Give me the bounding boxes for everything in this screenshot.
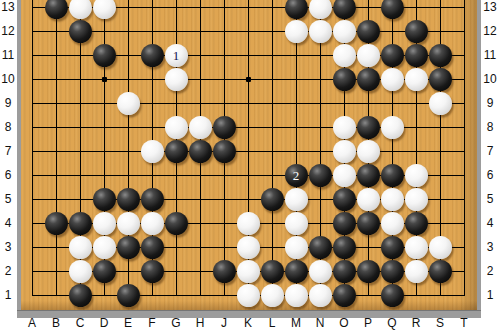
intersection-H8[interactable] xyxy=(188,115,212,139)
intersection-J2[interactable] xyxy=(212,259,236,283)
row-label-right-6: 6 xyxy=(482,168,498,182)
row-label-left-6: 6 xyxy=(0,168,16,182)
row-label-left-13: 13 xyxy=(0,0,16,14)
intersection-H12[interactable] xyxy=(188,19,212,43)
intersection-M10[interactable] xyxy=(284,67,308,91)
white-stone-O6 xyxy=(333,164,356,187)
row-label-left-5: 5 xyxy=(0,192,16,206)
intersection-R9[interactable] xyxy=(404,91,428,115)
intersection-K12[interactable] xyxy=(236,19,260,43)
white-stone-P5 xyxy=(357,188,380,211)
intersection-P2[interactable] xyxy=(356,259,380,283)
intersection-D3[interactable] xyxy=(92,235,116,259)
intersection-D5[interactable] xyxy=(92,187,116,211)
intersection-C4[interactable] xyxy=(68,211,92,235)
intersection-Q12[interactable] xyxy=(380,19,404,43)
intersection-S7[interactable] xyxy=(428,139,452,163)
intersection-F1[interactable] xyxy=(140,283,164,307)
intersection-L4[interactable] xyxy=(260,211,284,235)
row-label-right-12: 12 xyxy=(482,24,498,38)
intersection-S3[interactable] xyxy=(428,235,452,259)
intersection-M13[interactable] xyxy=(284,0,308,19)
intersection-K9[interactable] xyxy=(236,91,260,115)
intersection-K1[interactable] xyxy=(236,283,260,307)
intersection-G12[interactable] xyxy=(164,19,188,43)
intersection-P11[interactable] xyxy=(356,43,380,67)
intersection-T3[interactable] xyxy=(452,235,476,259)
intersection-M9[interactable] xyxy=(284,91,308,115)
intersection-A6[interactable] xyxy=(20,163,44,187)
intersection-N7[interactable] xyxy=(308,139,332,163)
intersection-E6[interactable] xyxy=(116,163,140,187)
intersection-A8[interactable] xyxy=(20,115,44,139)
white-stone-M4 xyxy=(285,212,308,235)
white-stone-M1 xyxy=(285,284,308,307)
intersection-A9[interactable] xyxy=(20,91,44,115)
intersection-A3[interactable] xyxy=(20,235,44,259)
intersection-O6[interactable] xyxy=(332,163,356,187)
black-stone-C12 xyxy=(69,20,92,43)
intersection-F6[interactable] xyxy=(140,163,164,187)
white-stone-F7 xyxy=(141,140,164,163)
intersection-D11[interactable] xyxy=(92,43,116,67)
intersection-L9[interactable] xyxy=(260,91,284,115)
intersection-R12[interactable] xyxy=(404,19,428,43)
intersection-A4[interactable] xyxy=(20,211,44,235)
intersection-T10[interactable] xyxy=(452,67,476,91)
intersection-C1[interactable] xyxy=(68,283,92,307)
intersection-H3[interactable] xyxy=(188,235,212,259)
intersection-P9[interactable] xyxy=(356,91,380,115)
intersection-Q2[interactable] xyxy=(380,259,404,283)
go-board[interactable]: 12 xyxy=(20,0,477,310)
intersection-D10[interactable] xyxy=(92,67,116,91)
intersection-E2[interactable] xyxy=(116,259,140,283)
intersection-Q9[interactable] xyxy=(380,91,404,115)
intersection-T7[interactable] xyxy=(452,139,476,163)
intersection-O4[interactable] xyxy=(332,211,356,235)
intersection-G4[interactable] xyxy=(164,211,188,235)
intersection-D9[interactable] xyxy=(92,91,116,115)
intersection-F12[interactable] xyxy=(140,19,164,43)
intersection-P10[interactable] xyxy=(356,67,380,91)
intersection-E1[interactable] xyxy=(116,283,140,307)
intersection-F9[interactable] xyxy=(140,91,164,115)
intersection-O5[interactable] xyxy=(332,187,356,211)
white-stone-K4 xyxy=(237,212,260,235)
intersection-S10[interactable] xyxy=(428,67,452,91)
intersection-G3[interactable] xyxy=(164,235,188,259)
white-stone-Q4 xyxy=(381,212,404,235)
intersection-H10[interactable] xyxy=(188,67,212,91)
intersection-C12[interactable] xyxy=(68,19,92,43)
intersection-G1[interactable] xyxy=(164,283,188,307)
black-stone-P10 xyxy=(357,68,380,91)
intersection-J13[interactable] xyxy=(212,0,236,19)
intersection-F11[interactable] xyxy=(140,43,164,67)
intersection-H6[interactable] xyxy=(188,163,212,187)
intersection-S11[interactable] xyxy=(428,43,452,67)
intersection-G2[interactable] xyxy=(164,259,188,283)
intersection-B10[interactable] xyxy=(44,67,68,91)
intersection-A12[interactable] xyxy=(20,19,44,43)
intersection-S12[interactable] xyxy=(428,19,452,43)
black-stone-O2 xyxy=(333,260,356,283)
intersection-G7[interactable] xyxy=(164,139,188,163)
intersection-O8[interactable] xyxy=(332,115,356,139)
intersection-H7[interactable] xyxy=(188,139,212,163)
intersection-D1[interactable] xyxy=(92,283,116,307)
row-label-right-13: 13 xyxy=(482,0,498,14)
intersection-T4[interactable] xyxy=(452,211,476,235)
intersection-M11[interactable] xyxy=(284,43,308,67)
intersection-R7[interactable] xyxy=(404,139,428,163)
intersection-C13[interactable] xyxy=(68,0,92,19)
go-board-screenshot: 12 13121110987654321 13121110987654321 A… xyxy=(0,0,500,332)
intersection-P5[interactable] xyxy=(356,187,380,211)
intersection-O3[interactable] xyxy=(332,235,356,259)
intersection-M12[interactable] xyxy=(284,19,308,43)
intersection-D13[interactable] xyxy=(92,0,116,19)
intersection-K5[interactable] xyxy=(236,187,260,211)
intersection-P1[interactable] xyxy=(356,283,380,307)
intersection-Q6[interactable] xyxy=(380,163,404,187)
intersection-L6[interactable] xyxy=(260,163,284,187)
intersection-O13[interactable] xyxy=(332,0,356,19)
row-label-right-1: 1 xyxy=(482,288,498,302)
intersection-T2[interactable] xyxy=(452,259,476,283)
intersection-F3[interactable] xyxy=(140,235,164,259)
intersection-O7[interactable] xyxy=(332,139,356,163)
intersection-E8[interactable] xyxy=(116,115,140,139)
column-label-K: K xyxy=(240,316,256,330)
white-stone-N13 xyxy=(309,0,332,19)
intersection-B11[interactable] xyxy=(44,43,68,67)
intersection-B8[interactable] xyxy=(44,115,68,139)
intersection-R11[interactable] xyxy=(404,43,428,67)
intersection-M4[interactable] xyxy=(284,211,308,235)
intersection-S13[interactable] xyxy=(428,0,452,19)
white-stone-N1 xyxy=(309,284,332,307)
black-stone-O1 xyxy=(333,284,356,307)
intersection-L3[interactable] xyxy=(260,235,284,259)
intersection-G6[interactable] xyxy=(164,163,188,187)
intersection-L12[interactable] xyxy=(260,19,284,43)
intersection-R8[interactable] xyxy=(404,115,428,139)
intersection-Q4[interactable] xyxy=(380,211,404,235)
white-stone-E9 xyxy=(117,92,140,115)
black-stone-O3 xyxy=(333,236,356,259)
intersection-T1[interactable] xyxy=(452,283,476,307)
row-label-left-10: 10 xyxy=(0,72,16,86)
intersection-C8[interactable] xyxy=(68,115,92,139)
intersection-C7[interactable] xyxy=(68,139,92,163)
intersection-P7[interactable] xyxy=(356,139,380,163)
intersection-K6[interactable] xyxy=(236,163,260,187)
intersection-Q5[interactable] xyxy=(380,187,404,211)
intersection-T5[interactable] xyxy=(452,187,476,211)
intersection-G13[interactable] xyxy=(164,0,188,19)
intersection-S4[interactable] xyxy=(428,211,452,235)
white-stone-M5 xyxy=(285,188,308,211)
intersection-B9[interactable] xyxy=(44,91,68,115)
intersection-M2[interactable] xyxy=(284,259,308,283)
intersection-N4[interactable] xyxy=(308,211,332,235)
white-stone-O11 xyxy=(333,44,356,67)
intersection-D4[interactable] xyxy=(92,211,116,235)
intersection-O9[interactable] xyxy=(332,91,356,115)
intersection-E11[interactable] xyxy=(116,43,140,67)
intersection-M1[interactable] xyxy=(284,283,308,307)
row-label-left-1: 1 xyxy=(0,288,16,302)
intersection-B5[interactable] xyxy=(44,187,68,211)
intersection-L10[interactable] xyxy=(260,67,284,91)
intersection-L7[interactable] xyxy=(260,139,284,163)
intersection-K8[interactable] xyxy=(236,115,260,139)
intersection-Q10[interactable] xyxy=(380,67,404,91)
row-label-right-9: 9 xyxy=(482,96,498,110)
intersection-K10[interactable] xyxy=(236,67,260,91)
intersection-N6[interactable] xyxy=(308,163,332,187)
intersection-Q1[interactable] xyxy=(380,283,404,307)
intersection-R2[interactable] xyxy=(404,259,428,283)
intersection-R6[interactable] xyxy=(404,163,428,187)
intersection-R1[interactable] xyxy=(404,283,428,307)
intersection-J9[interactable] xyxy=(212,91,236,115)
intersection-K4[interactable] xyxy=(236,211,260,235)
intersection-F5[interactable] xyxy=(140,187,164,211)
intersection-L8[interactable] xyxy=(260,115,284,139)
black-stone-S10 xyxy=(429,68,452,91)
intersection-T13[interactable] xyxy=(452,0,476,19)
intersection-H9[interactable] xyxy=(188,91,212,115)
intersection-B1[interactable] xyxy=(44,283,68,307)
intersection-J1[interactable] xyxy=(212,283,236,307)
intersection-R13[interactable] xyxy=(404,0,428,19)
black-stone-B4 xyxy=(45,212,68,235)
intersection-M5[interactable] xyxy=(284,187,308,211)
intersection-E7[interactable] xyxy=(116,139,140,163)
intersection-A2[interactable] xyxy=(20,259,44,283)
intersection-J3[interactable] xyxy=(212,235,236,259)
column-label-L: L xyxy=(264,316,280,330)
intersection-Q8[interactable] xyxy=(380,115,404,139)
intersection-F13[interactable] xyxy=(140,0,164,19)
intersection-C11[interactable] xyxy=(68,43,92,67)
intersection-A10[interactable] xyxy=(20,67,44,91)
intersection-T6[interactable] xyxy=(452,163,476,187)
intersection-L1[interactable] xyxy=(260,283,284,307)
intersection-Q11[interactable] xyxy=(380,43,404,67)
intersection-F8[interactable] xyxy=(140,115,164,139)
intersection-P8[interactable] xyxy=(356,115,380,139)
intersection-R4[interactable] xyxy=(404,211,428,235)
intersection-F7[interactable] xyxy=(140,139,164,163)
intersection-E10[interactable] xyxy=(116,67,140,91)
black-stone-J2 xyxy=(213,260,236,283)
intersection-J6[interactable] xyxy=(212,163,236,187)
row-label-right-7: 7 xyxy=(482,144,498,158)
intersection-N2[interactable] xyxy=(308,259,332,283)
intersection-P12[interactable] xyxy=(356,19,380,43)
intersection-H4[interactable] xyxy=(188,211,212,235)
white-stone-H8 xyxy=(189,116,212,139)
intersection-C3[interactable] xyxy=(68,235,92,259)
intersection-K11[interactable] xyxy=(236,43,260,67)
intersection-T11[interactable] xyxy=(452,43,476,67)
intersection-B12[interactable] xyxy=(44,19,68,43)
intersection-G9[interactable] xyxy=(164,91,188,115)
row-label-right-8: 8 xyxy=(482,120,498,134)
intersection-F10[interactable] xyxy=(140,67,164,91)
intersection-H13[interactable] xyxy=(188,0,212,19)
column-label-H: H xyxy=(192,316,208,330)
intersection-N1[interactable] xyxy=(308,283,332,307)
intersection-E4[interactable] xyxy=(116,211,140,235)
intersection-P3[interactable] xyxy=(356,235,380,259)
intersection-Q3[interactable] xyxy=(380,235,404,259)
intersection-M6[interactable]: 2 xyxy=(284,163,308,187)
intersection-P6[interactable] xyxy=(356,163,380,187)
intersection-B2[interactable] xyxy=(44,259,68,283)
intersection-B13[interactable] xyxy=(44,0,68,19)
intersection-R3[interactable] xyxy=(404,235,428,259)
intersection-F2[interactable] xyxy=(140,259,164,283)
intersection-K13[interactable] xyxy=(236,0,260,19)
intersection-J11[interactable] xyxy=(212,43,236,67)
intersection-N3[interactable] xyxy=(308,235,332,259)
intersection-L11[interactable] xyxy=(260,43,284,67)
intersection-O1[interactable] xyxy=(332,283,356,307)
intersection-M8[interactable] xyxy=(284,115,308,139)
intersection-N9[interactable] xyxy=(308,91,332,115)
intersection-P13[interactable] xyxy=(356,0,380,19)
intersection-J7[interactable] xyxy=(212,139,236,163)
intersection-N5[interactable] xyxy=(308,187,332,211)
intersection-A1[interactable] xyxy=(20,283,44,307)
intersection-H11[interactable] xyxy=(188,43,212,67)
intersection-J12[interactable] xyxy=(212,19,236,43)
white-stone-G8 xyxy=(165,116,188,139)
intersection-N13[interactable] xyxy=(308,0,332,19)
intersection-E3[interactable] xyxy=(116,235,140,259)
intersection-E5[interactable] xyxy=(116,187,140,211)
intersection-A13[interactable] xyxy=(20,0,44,19)
intersection-K3[interactable] xyxy=(236,235,260,259)
intersection-O2[interactable] xyxy=(332,259,356,283)
intersection-C2[interactable] xyxy=(68,259,92,283)
black-stone-N6 xyxy=(309,164,332,187)
intersection-A11[interactable] xyxy=(20,43,44,67)
intersection-S2[interactable] xyxy=(428,259,452,283)
intersection-L2[interactable] xyxy=(260,259,284,283)
black-stone-M13 xyxy=(285,0,308,19)
intersection-G10[interactable] xyxy=(164,67,188,91)
intersection-Q7[interactable] xyxy=(380,139,404,163)
intersection-R5[interactable] xyxy=(404,187,428,211)
intersection-E13[interactable] xyxy=(116,0,140,19)
white-stone-Q8 xyxy=(381,116,404,139)
intersection-R10[interactable] xyxy=(404,67,428,91)
row-label-right-3: 3 xyxy=(482,240,498,254)
intersection-T12[interactable] xyxy=(452,19,476,43)
intersection-T9[interactable] xyxy=(452,91,476,115)
intersection-P4[interactable] xyxy=(356,211,380,235)
intersection-C10[interactable] xyxy=(68,67,92,91)
intersection-A5[interactable] xyxy=(20,187,44,211)
intersection-L5[interactable] xyxy=(260,187,284,211)
row-label-right-4: 4 xyxy=(482,216,498,230)
intersection-D2[interactable] xyxy=(92,259,116,283)
intersection-D12[interactable] xyxy=(92,19,116,43)
intersection-J8[interactable] xyxy=(212,115,236,139)
intersection-N12[interactable] xyxy=(308,19,332,43)
black-stone-S2 xyxy=(429,260,452,283)
intersection-F4[interactable] xyxy=(140,211,164,235)
row-label-left-12: 12 xyxy=(0,24,16,38)
intersection-O11[interactable] xyxy=(332,43,356,67)
intersection-C5[interactable] xyxy=(68,187,92,211)
intersection-B7[interactable] xyxy=(44,139,68,163)
intersection-B3[interactable] xyxy=(44,235,68,259)
black-stone-M2 xyxy=(285,260,308,283)
black-stone-G4 xyxy=(165,212,188,235)
intersection-S6[interactable] xyxy=(428,163,452,187)
intersection-D7[interactable] xyxy=(92,139,116,163)
intersection-O12[interactable] xyxy=(332,19,356,43)
intersection-B4[interactable] xyxy=(44,211,68,235)
intersection-M3[interactable] xyxy=(284,235,308,259)
intersection-S8[interactable] xyxy=(428,115,452,139)
intersection-C6[interactable] xyxy=(68,163,92,187)
intersection-E12[interactable] xyxy=(116,19,140,43)
intersection-D6[interactable] xyxy=(92,163,116,187)
intersection-D8[interactable] xyxy=(92,115,116,139)
intersection-G11[interactable]: 1 xyxy=(164,43,188,67)
intersection-G8[interactable] xyxy=(164,115,188,139)
intersection-Q13[interactable] xyxy=(380,0,404,19)
intersection-B6[interactable] xyxy=(44,163,68,187)
column-label-T: T xyxy=(456,316,472,330)
intersection-H2[interactable] xyxy=(188,259,212,283)
intersection-J10[interactable] xyxy=(212,67,236,91)
intersection-M7[interactable] xyxy=(284,139,308,163)
intersection-H5[interactable] xyxy=(188,187,212,211)
intersection-S5[interactable] xyxy=(428,187,452,211)
intersection-S1[interactable] xyxy=(428,283,452,307)
white-stone-O12 xyxy=(333,20,356,43)
intersection-T8[interactable] xyxy=(452,115,476,139)
white-stone-F4 xyxy=(141,212,164,235)
intersection-C9[interactable] xyxy=(68,91,92,115)
intersection-A7[interactable] xyxy=(20,139,44,163)
column-label-P: P xyxy=(360,316,376,330)
intersection-S9[interactable] xyxy=(428,91,452,115)
intersection-H1[interactable] xyxy=(188,283,212,307)
intersection-N11[interactable] xyxy=(308,43,332,67)
column-label-O: O xyxy=(336,316,352,330)
intersection-J5[interactable] xyxy=(212,187,236,211)
intersection-E9[interactable] xyxy=(116,91,140,115)
intersection-J4[interactable] xyxy=(212,211,236,235)
intersection-L13[interactable] xyxy=(260,0,284,19)
intersection-O10[interactable] xyxy=(332,67,356,91)
intersection-N8[interactable] xyxy=(308,115,332,139)
intersection-N10[interactable] xyxy=(308,67,332,91)
intersection-G5[interactable] xyxy=(164,187,188,211)
intersection-K2[interactable] xyxy=(236,259,260,283)
intersection-K7[interactable] xyxy=(236,139,260,163)
